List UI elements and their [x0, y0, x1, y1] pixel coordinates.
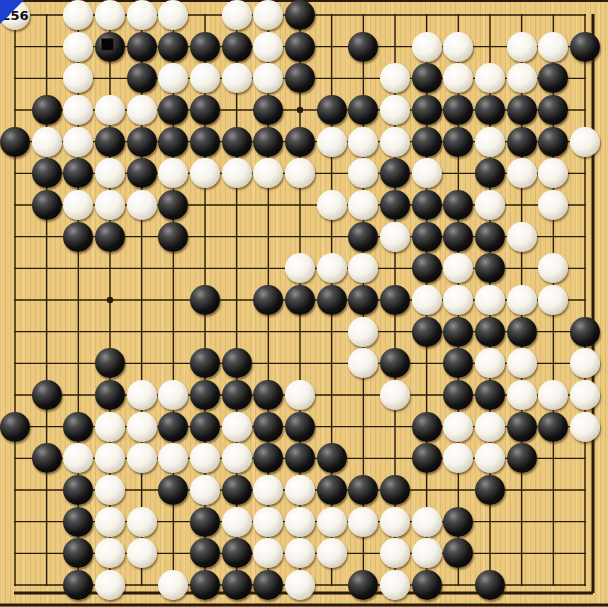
white-stone[interactable] — [190, 158, 220, 188]
intersection-b19[interactable] — [31, 569, 63, 601]
intersection-m7[interactable] — [379, 189, 411, 221]
white-stone[interactable] — [95, 570, 125, 600]
intersection-i11[interactable] — [252, 316, 284, 348]
intersection-n14[interactable] — [411, 411, 443, 443]
intersection-j8[interactable] — [284, 221, 316, 253]
white-stone[interactable] — [63, 63, 93, 93]
intersection-g14[interactable] — [189, 411, 221, 443]
intersection-j14[interactable] — [284, 411, 316, 443]
intersection-q18[interactable] — [506, 537, 538, 569]
black-stone[interactable] — [475, 570, 505, 600]
white-stone[interactable] — [63, 127, 93, 157]
intersection-e1[interactable] — [126, 0, 158, 31]
intersection-n3[interactable] — [411, 62, 443, 94]
intersection-h4[interactable] — [221, 94, 253, 126]
black-stone[interactable] — [317, 475, 347, 505]
black-stone[interactable] — [285, 63, 315, 93]
intersection-l9[interactable] — [347, 252, 379, 284]
intersection-r6[interactable] — [537, 157, 569, 189]
intersection-b14[interactable] — [31, 411, 63, 443]
intersection-j15[interactable] — [284, 442, 316, 474]
white-stone[interactable] — [95, 475, 125, 505]
white-stone[interactable] — [285, 570, 315, 600]
intersection-c4[interactable] — [62, 94, 94, 126]
intersection-o17[interactable] — [442, 506, 474, 538]
white-stone[interactable] — [443, 412, 473, 442]
black-stone[interactable] — [507, 443, 537, 473]
intersection-f6[interactable] — [157, 157, 189, 189]
white-stone[interactable] — [348, 317, 378, 347]
intersection-c14[interactable] — [62, 411, 94, 443]
intersection-c3[interactable] — [62, 62, 94, 94]
white-stone[interactable] — [380, 127, 410, 157]
intersection-m5[interactable] — [379, 126, 411, 158]
white-stone[interactable] — [317, 190, 347, 220]
intersection-a17[interactable] — [0, 506, 31, 538]
intersection-a19[interactable] — [0, 569, 31, 601]
intersection-i15[interactable] — [252, 442, 284, 474]
intersection-b17[interactable] — [31, 506, 63, 538]
intersection-d4[interactable] — [94, 94, 126, 126]
intersection-c6[interactable] — [62, 157, 94, 189]
intersection-o8[interactable] — [442, 221, 474, 253]
intersection-l1[interactable] — [347, 0, 379, 31]
intersection-r7[interactable] — [537, 189, 569, 221]
white-stone[interactable] — [348, 190, 378, 220]
intersection-j11[interactable] — [284, 316, 316, 348]
intersection-s18[interactable] — [569, 537, 601, 569]
intersection-i6[interactable] — [252, 157, 284, 189]
intersection-d9[interactable] — [94, 252, 126, 284]
white-stone[interactable] — [380, 95, 410, 125]
intersection-r4[interactable] — [537, 94, 569, 126]
intersection-b2[interactable] — [31, 31, 63, 63]
white-stone[interactable] — [158, 158, 188, 188]
white-stone[interactable] — [158, 63, 188, 93]
intersection-e19[interactable] — [126, 569, 158, 601]
intersection-h8[interactable] — [221, 221, 253, 253]
black-stone[interactable] — [317, 285, 347, 315]
intersection-j6[interactable] — [284, 157, 316, 189]
intersection-a14[interactable] — [0, 411, 31, 443]
intersection-q13[interactable] — [506, 379, 538, 411]
black-stone[interactable] — [380, 475, 410, 505]
intersection-n15[interactable] — [411, 442, 443, 474]
white-stone[interactable] — [507, 285, 537, 315]
intersection-r9[interactable] — [537, 252, 569, 284]
white-stone[interactable] — [95, 507, 125, 537]
intersection-e13[interactable] — [126, 379, 158, 411]
intersection-p12[interactable] — [474, 347, 506, 379]
intersection-f4[interactable] — [157, 94, 189, 126]
intersection-h7[interactable] — [221, 189, 253, 221]
intersection-a11[interactable] — [0, 316, 31, 348]
intersection-o15[interactable] — [442, 442, 474, 474]
intersection-j7[interactable] — [284, 189, 316, 221]
intersection-a12[interactable] — [0, 347, 31, 379]
white-stone[interactable] — [190, 63, 220, 93]
intersection-k7[interactable] — [316, 189, 348, 221]
intersection-c18[interactable] — [62, 537, 94, 569]
intersection-d11[interactable] — [94, 316, 126, 348]
intersection-i18[interactable] — [252, 537, 284, 569]
white-stone[interactable] — [222, 0, 252, 30]
intersection-q7[interactable] — [506, 189, 538, 221]
white-stone[interactable] — [253, 475, 283, 505]
intersection-j1[interactable] — [284, 0, 316, 31]
intersection-c16[interactable] — [62, 474, 94, 506]
intersection-g6[interactable] — [189, 157, 221, 189]
intersection-l8[interactable] — [347, 221, 379, 253]
white-stone[interactable] — [538, 285, 568, 315]
intersection-m11[interactable] — [379, 316, 411, 348]
intersection-q6[interactable] — [506, 157, 538, 189]
black-stone[interactable] — [222, 570, 252, 600]
black-stone[interactable] — [285, 285, 315, 315]
black-stone[interactable] — [63, 570, 93, 600]
white-stone[interactable] — [475, 190, 505, 220]
intersection-s15[interactable] — [569, 442, 601, 474]
black-stone[interactable] — [412, 222, 442, 252]
intersection-e15[interactable] — [126, 442, 158, 474]
intersection-k4[interactable] — [316, 94, 348, 126]
intersection-m13[interactable] — [379, 379, 411, 411]
intersection-k15[interactable] — [316, 442, 348, 474]
black-stone[interactable] — [380, 190, 410, 220]
intersection-f3[interactable] — [157, 62, 189, 94]
black-stone[interactable] — [190, 570, 220, 600]
intersection-m16[interactable] — [379, 474, 411, 506]
intersection-e17[interactable] — [126, 506, 158, 538]
black-stone[interactable] — [285, 0, 315, 30]
intersection-n19[interactable] — [411, 569, 443, 601]
black-stone[interactable] — [222, 32, 252, 62]
black-stone[interactable] — [158, 412, 188, 442]
white-stone[interactable] — [412, 158, 442, 188]
intersection-l4[interactable] — [347, 94, 379, 126]
intersection-o19[interactable] — [442, 569, 474, 601]
intersection-a9[interactable] — [0, 252, 31, 284]
black-stone[interactable] — [348, 570, 378, 600]
intersection-g19[interactable] — [189, 569, 221, 601]
intersection-p3[interactable] — [474, 62, 506, 94]
intersection-o3[interactable] — [442, 62, 474, 94]
intersection-s16[interactable] — [569, 474, 601, 506]
intersection-i13[interactable] — [252, 379, 284, 411]
intersection-i1[interactable] — [252, 0, 284, 31]
black-stone[interactable] — [158, 190, 188, 220]
intersection-k9[interactable] — [316, 252, 348, 284]
white-stone[interactable] — [158, 380, 188, 410]
white-stone[interactable] — [380, 63, 410, 93]
intersection-b13[interactable] — [31, 379, 63, 411]
intersection-k13[interactable] — [316, 379, 348, 411]
intersection-i14[interactable] — [252, 411, 284, 443]
white-stone[interactable] — [348, 253, 378, 283]
intersection-o7[interactable] — [442, 189, 474, 221]
black-stone[interactable] — [317, 95, 347, 125]
intersection-l11[interactable] — [347, 316, 379, 348]
intersection-b6[interactable] — [31, 157, 63, 189]
intersection-g11[interactable] — [189, 316, 221, 348]
white-stone[interactable] — [348, 348, 378, 378]
black-stone[interactable] — [63, 475, 93, 505]
intersection-d5[interactable] — [94, 126, 126, 158]
intersection-l2[interactable] — [347, 31, 379, 63]
black-stone[interactable] — [380, 348, 410, 378]
intersection-r15[interactable] — [537, 442, 569, 474]
intersection-r17[interactable] — [537, 506, 569, 538]
intersection-m17[interactable] — [379, 506, 411, 538]
white-stone[interactable] — [95, 158, 125, 188]
white-stone[interactable] — [127, 95, 157, 125]
intersection-c11[interactable] — [62, 316, 94, 348]
black-stone[interactable] — [190, 127, 220, 157]
black-stone[interactable] — [507, 127, 537, 157]
intersection-m4[interactable] — [379, 94, 411, 126]
intersection-i4[interactable] — [252, 94, 284, 126]
black-stone[interactable] — [348, 222, 378, 252]
white-stone[interactable] — [443, 443, 473, 473]
intersection-d1[interactable] — [94, 0, 126, 31]
black-stone[interactable] — [190, 538, 220, 568]
white-stone[interactable] — [443, 63, 473, 93]
white-stone[interactable] — [412, 32, 442, 62]
black-stone[interactable] — [253, 95, 283, 125]
intersection-m19[interactable] — [379, 569, 411, 601]
black-stone[interactable] — [222, 380, 252, 410]
black-stone[interactable] — [412, 63, 442, 93]
intersection-s11[interactable] — [569, 316, 601, 348]
intersection-o18[interactable] — [442, 537, 474, 569]
intersection-s19[interactable] — [569, 569, 601, 601]
white-stone[interactable] — [380, 538, 410, 568]
intersection-k17[interactable] — [316, 506, 348, 538]
intersection-m8[interactable] — [379, 221, 411, 253]
black-stone[interactable] — [285, 412, 315, 442]
black-stone[interactable] — [475, 158, 505, 188]
intersection-q4[interactable] — [506, 94, 538, 126]
intersection-f5[interactable] — [157, 126, 189, 158]
intersection-p7[interactable] — [474, 189, 506, 221]
white-stone[interactable] — [475, 63, 505, 93]
white-stone[interactable] — [317, 507, 347, 537]
intersection-f7[interactable] — [157, 189, 189, 221]
intersection-o13[interactable] — [442, 379, 474, 411]
intersection-r18[interactable] — [537, 537, 569, 569]
black-stone[interactable] — [443, 538, 473, 568]
intersection-i3[interactable] — [252, 62, 284, 94]
intersection-n6[interactable] — [411, 157, 443, 189]
intersection-a15[interactable] — [0, 442, 31, 474]
intersection-d17[interactable] — [94, 506, 126, 538]
intersection-n1[interactable] — [411, 0, 443, 31]
white-stone[interactable] — [127, 380, 157, 410]
black-stone[interactable] — [538, 412, 568, 442]
intersection-q5[interactable] — [506, 126, 538, 158]
black-stone[interactable] — [158, 475, 188, 505]
white-stone[interactable] — [95, 95, 125, 125]
black-stone[interactable] — [507, 412, 537, 442]
white-stone[interactable] — [570, 348, 600, 378]
white-stone[interactable] — [507, 222, 537, 252]
intersection-f14[interactable] — [157, 411, 189, 443]
white-stone[interactable] — [443, 253, 473, 283]
white-stone[interactable] — [412, 285, 442, 315]
intersection-c17[interactable] — [62, 506, 94, 538]
intersection-m1[interactable] — [379, 0, 411, 31]
white-stone[interactable] — [570, 380, 600, 410]
white-stone[interactable] — [538, 32, 568, 62]
intersection-a13[interactable] — [0, 379, 31, 411]
intersection-f11[interactable] — [157, 316, 189, 348]
intersection-h5[interactable] — [221, 126, 253, 158]
intersection-g7[interactable] — [189, 189, 221, 221]
intersection-e16[interactable] — [126, 474, 158, 506]
intersection-f9[interactable] — [157, 252, 189, 284]
intersection-r10[interactable] — [537, 284, 569, 316]
intersection-n16[interactable] — [411, 474, 443, 506]
black-stone[interactable] — [412, 95, 442, 125]
black-stone[interactable] — [0, 127, 30, 157]
intersection-s4[interactable] — [569, 94, 601, 126]
white-stone[interactable] — [380, 222, 410, 252]
intersection-e7[interactable] — [126, 189, 158, 221]
intersection-b15[interactable] — [31, 442, 63, 474]
intersection-a18[interactable] — [0, 537, 31, 569]
intersection-e5[interactable] — [126, 126, 158, 158]
intersection-h14[interactable] — [221, 411, 253, 443]
intersection-h16[interactable] — [221, 474, 253, 506]
black-stone[interactable] — [190, 95, 220, 125]
intersection-h11[interactable] — [221, 316, 253, 348]
intersection-f19[interactable] — [157, 569, 189, 601]
white-stone[interactable] — [317, 253, 347, 283]
intersection-b4[interactable] — [31, 94, 63, 126]
intersection-q16[interactable] — [506, 474, 538, 506]
intersection-d15[interactable] — [94, 442, 126, 474]
intersection-d6[interactable] — [94, 157, 126, 189]
intersection-f16[interactable] — [157, 474, 189, 506]
intersection-f12[interactable] — [157, 347, 189, 379]
intersection-j18[interactable] — [284, 537, 316, 569]
intersection-n13[interactable] — [411, 379, 443, 411]
white-stone[interactable] — [538, 253, 568, 283]
black-stone[interactable] — [253, 412, 283, 442]
black-stone[interactable] — [32, 158, 62, 188]
white-stone[interactable] — [475, 127, 505, 157]
intersection-r11[interactable] — [537, 316, 569, 348]
intersection-d12[interactable] — [94, 347, 126, 379]
white-stone[interactable] — [507, 158, 537, 188]
intersection-c1[interactable] — [62, 0, 94, 31]
black-stone[interactable] — [412, 412, 442, 442]
black-stone[interactable] — [317, 443, 347, 473]
intersection-l14[interactable] — [347, 411, 379, 443]
intersection-e10[interactable] — [126, 284, 158, 316]
black-stone[interactable] — [95, 222, 125, 252]
intersection-m15[interactable] — [379, 442, 411, 474]
white-stone[interactable] — [127, 0, 157, 30]
black-stone[interactable] — [158, 32, 188, 62]
intersection-s6[interactable] — [569, 157, 601, 189]
intersection-r3[interactable] — [537, 62, 569, 94]
intersection-b5[interactable] — [31, 126, 63, 158]
white-stone[interactable] — [127, 412, 157, 442]
black-stone[interactable] — [443, 507, 473, 537]
black-stone[interactable] — [253, 443, 283, 473]
black-stone[interactable] — [190, 380, 220, 410]
intersection-b10[interactable] — [31, 284, 63, 316]
intersection-f1[interactable] — [157, 0, 189, 31]
intersection-c15[interactable] — [62, 442, 94, 474]
black-stone[interactable] — [412, 253, 442, 283]
intersection-o9[interactable] — [442, 252, 474, 284]
intersection-j5[interactable] — [284, 126, 316, 158]
intersection-h15[interactable] — [221, 442, 253, 474]
intersection-h9[interactable] — [221, 252, 253, 284]
black-stone[interactable] — [253, 285, 283, 315]
white-stone[interactable] — [253, 158, 283, 188]
white-stone[interactable] — [285, 158, 315, 188]
black-stone[interactable] — [253, 380, 283, 410]
intersection-f2[interactable] — [157, 31, 189, 63]
intersection-o14[interactable] — [442, 411, 474, 443]
black-stone[interactable] — [285, 127, 315, 157]
intersection-k2[interactable] — [316, 31, 348, 63]
intersection-n8[interactable] — [411, 221, 443, 253]
intersection-p19[interactable] — [474, 569, 506, 601]
intersection-l10[interactable] — [347, 284, 379, 316]
intersection-c9[interactable] — [62, 252, 94, 284]
white-stone[interactable] — [380, 570, 410, 600]
intersection-k16[interactable] — [316, 474, 348, 506]
white-stone[interactable] — [348, 507, 378, 537]
black-stone[interactable] — [348, 285, 378, 315]
intersection-s1[interactable] — [569, 0, 601, 31]
intersection-o6[interactable] — [442, 157, 474, 189]
intersection-l3[interactable] — [347, 62, 379, 94]
intersection-p13[interactable] — [474, 379, 506, 411]
intersection-a7[interactable] — [0, 189, 31, 221]
white-stone[interactable] — [475, 412, 505, 442]
intersection-i7[interactable] — [252, 189, 284, 221]
intersection-c7[interactable] — [62, 189, 94, 221]
intersection-p17[interactable] — [474, 506, 506, 538]
black-stone[interactable] — [443, 95, 473, 125]
white-stone[interactable] — [507, 63, 537, 93]
intersection-q3[interactable] — [506, 62, 538, 94]
intersection-d19[interactable] — [94, 569, 126, 601]
black-stone[interactable] — [348, 32, 378, 62]
black-stone[interactable] — [348, 95, 378, 125]
white-stone[interactable] — [127, 507, 157, 537]
intersection-c5[interactable] — [62, 126, 94, 158]
black-stone[interactable] — [95, 348, 125, 378]
intersection-k5[interactable] — [316, 126, 348, 158]
intersection-q10[interactable] — [506, 284, 538, 316]
black-stone[interactable] — [95, 32, 125, 62]
intersection-i8[interactable] — [252, 221, 284, 253]
intersection-k6[interactable] — [316, 157, 348, 189]
intersection-k3[interactable] — [316, 62, 348, 94]
black-stone[interactable] — [158, 95, 188, 125]
white-stone[interactable] — [63, 95, 93, 125]
intersection-s12[interactable] — [569, 347, 601, 379]
intersection-m2[interactable] — [379, 31, 411, 63]
black-stone[interactable] — [222, 475, 252, 505]
intersection-h18[interactable] — [221, 537, 253, 569]
